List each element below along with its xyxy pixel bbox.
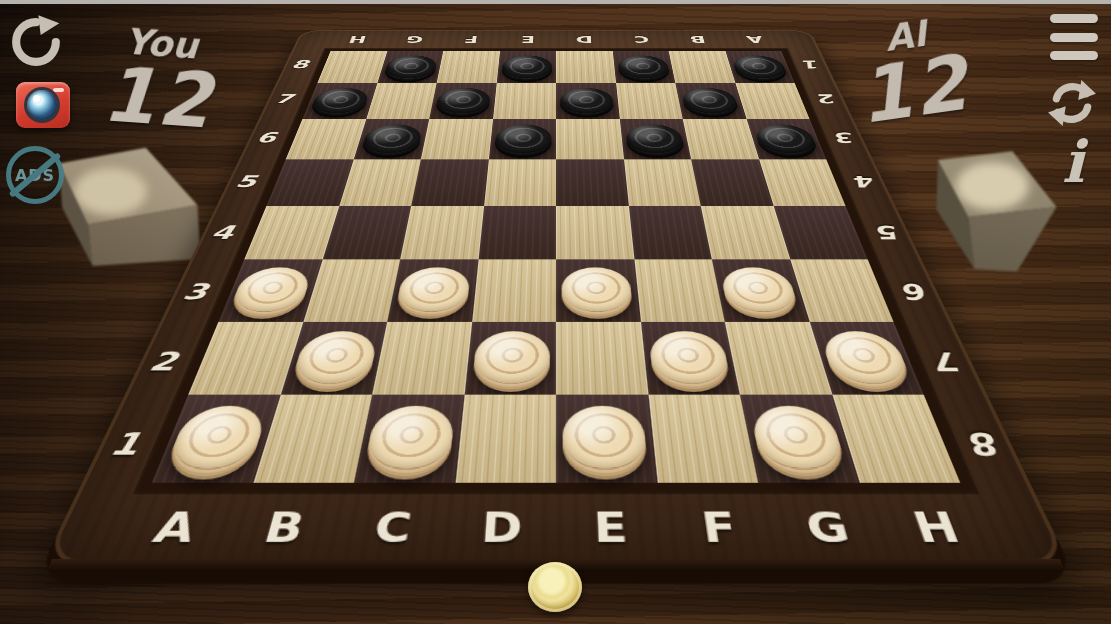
square-e1[interactable] <box>556 395 657 483</box>
file-label: D <box>443 492 556 565</box>
square-d6[interactable] <box>488 119 556 160</box>
square-d1[interactable] <box>455 395 556 483</box>
white-man-c3[interactable] <box>395 267 472 312</box>
square-f8[interactable] <box>612 51 675 83</box>
file-label: C <box>331 492 451 565</box>
square-f1[interactable] <box>648 395 758 483</box>
black-man-d8[interactable] <box>501 56 552 79</box>
square-h6[interactable] <box>746 119 826 160</box>
file-label: H <box>326 31 389 48</box>
file-label: F <box>441 31 500 48</box>
square-d4[interactable] <box>478 206 556 259</box>
tray-recess <box>74 168 147 214</box>
white-man-d2[interactable] <box>472 331 550 384</box>
black-man-h8[interactable] <box>730 56 788 79</box>
square-d3[interactable] <box>472 259 556 321</box>
square-f6[interactable] <box>619 119 691 160</box>
black-man-d6[interactable] <box>494 124 552 153</box>
square-h7[interactable] <box>735 83 810 119</box>
captured-tray-left <box>50 144 202 266</box>
square-d5[interactable] <box>484 160 556 206</box>
turn-indicator <box>528 562 582 612</box>
file-label: E <box>498 31 556 48</box>
square-f7[interactable] <box>616 83 683 119</box>
square-c5[interactable] <box>411 160 488 206</box>
square-a7[interactable] <box>302 83 377 119</box>
square-e6[interactable] <box>556 119 624 160</box>
no-ads-button[interactable]: ADS <box>6 146 64 204</box>
game-screen: HGFEDCBA ABCDEFGH 87654321 12345678 TURN… <box>0 0 1111 624</box>
file-label: G <box>383 31 444 48</box>
square-c8[interactable] <box>437 51 500 83</box>
square-h8[interactable] <box>725 51 795 83</box>
square-e3[interactable] <box>556 259 640 321</box>
file-label: A <box>723 31 786 48</box>
white-man-g3[interactable] <box>719 267 800 312</box>
file-label: E <box>556 492 669 565</box>
camera-flash <box>53 88 64 92</box>
square-d7[interactable] <box>493 83 556 119</box>
square-a8[interactable] <box>317 51 387 83</box>
tray-recess <box>956 162 1029 209</box>
square-c2[interactable] <box>372 321 472 394</box>
square-c1[interactable] <box>354 395 464 483</box>
file-label: B <box>218 492 346 565</box>
refresh-icon <box>1047 78 1097 128</box>
square-d2[interactable] <box>464 321 556 394</box>
square-e4[interactable] <box>556 206 634 259</box>
square-e2[interactable] <box>556 321 648 394</box>
black-man-b8[interactable] <box>383 56 439 79</box>
camera-button[interactable] <box>16 82 70 128</box>
square-e7[interactable] <box>556 83 619 119</box>
white-man-h2[interactable] <box>818 331 913 384</box>
square-h3[interactable] <box>790 259 894 321</box>
square-f5[interactable] <box>624 160 701 206</box>
menu-icon <box>1050 14 1098 23</box>
undo-icon <box>8 14 64 70</box>
square-c7[interactable] <box>429 83 496 119</box>
white-man-e3[interactable] <box>562 267 634 312</box>
square-b7[interactable] <box>366 83 437 119</box>
white-man-a3[interactable] <box>228 267 314 312</box>
white-man-b2[interactable] <box>290 331 379 384</box>
square-b6[interactable] <box>353 119 429 160</box>
info-icon: i <box>1062 128 1084 196</box>
square-c3[interactable] <box>387 259 478 321</box>
file-label: B <box>668 31 729 48</box>
square-e5[interactable] <box>556 160 628 206</box>
white-man-c1[interactable] <box>364 406 457 469</box>
menu-button[interactable] <box>1050 14 1098 60</box>
file-label: F <box>661 492 781 565</box>
black-man-f6[interactable] <box>624 124 685 153</box>
square-b5[interactable] <box>339 160 421 206</box>
score-block-you: You 12 <box>100 22 217 138</box>
square-f3[interactable] <box>634 259 725 321</box>
player-you-score: 12 <box>100 58 215 138</box>
captured-tray-right <box>906 150 1058 274</box>
square-g7[interactable] <box>675 83 746 119</box>
info-button[interactable]: i <box>1053 134 1093 194</box>
black-man-f8[interactable] <box>617 56 670 79</box>
black-man-g7[interactable] <box>681 88 741 114</box>
square-f4[interactable] <box>628 206 711 259</box>
file-labels-top: HGFEDCBA <box>326 31 787 48</box>
square-a6[interactable] <box>286 119 366 160</box>
square-g8[interactable] <box>669 51 735 83</box>
square-h5[interactable] <box>759 160 846 206</box>
white-man-e1[interactable] <box>563 406 649 469</box>
score-block-ai: AI 12 <box>849 11 973 133</box>
square-b4[interactable] <box>322 206 411 259</box>
square-c4[interactable] <box>400 206 483 259</box>
black-man-a7[interactable] <box>309 88 371 114</box>
square-h4[interactable] <box>773 206 867 259</box>
black-man-b6[interactable] <box>360 124 424 153</box>
square-f2[interactable] <box>640 321 740 394</box>
undo-button[interactable] <box>8 14 64 70</box>
white-man-a1[interactable] <box>164 406 270 469</box>
file-label: D <box>556 31 614 48</box>
refresh-button[interactable] <box>1047 78 1097 128</box>
white-man-f2[interactable] <box>647 331 731 384</box>
black-man-e7[interactable] <box>560 88 614 114</box>
white-man-g1[interactable] <box>749 406 848 469</box>
top-strip <box>0 0 1111 4</box>
file-labels-bottom: ABCDEFGH <box>106 492 1007 565</box>
square-e8[interactable] <box>556 51 616 83</box>
file-label: H <box>870 492 1006 565</box>
black-man-c7[interactable] <box>435 88 492 114</box>
black-man-h6[interactable] <box>752 124 819 153</box>
lens-glint <box>33 95 40 102</box>
square-d8[interactable] <box>496 51 556 83</box>
player-ai-score: 12 <box>854 47 973 134</box>
square-b8[interactable] <box>377 51 443 83</box>
square-c6[interactable] <box>421 119 493 160</box>
file-label: C <box>612 31 671 48</box>
camera-icon <box>27 90 57 120</box>
